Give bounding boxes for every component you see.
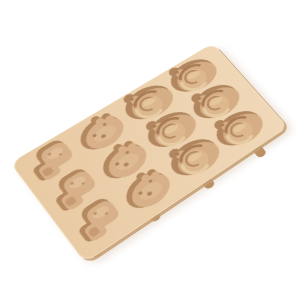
product-photo xyxy=(0,0,300,300)
mold-tray xyxy=(10,43,288,263)
